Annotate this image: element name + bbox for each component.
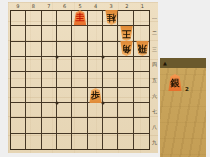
square-8g[interactable]: [26, 103, 41, 118]
square-2g[interactable]: [118, 103, 133, 118]
square-7a[interactable]: [42, 11, 57, 26]
square-1e[interactable]: [134, 72, 149, 87]
rank-label-d: 四: [151, 57, 158, 73]
square-9e[interactable]: [11, 72, 26, 87]
square-8f[interactable]: [26, 88, 41, 103]
square-7g[interactable]: [42, 103, 57, 118]
square-6g[interactable]: [57, 103, 72, 118]
rank-label-b: 二: [151, 26, 158, 42]
hoshi-dot: [102, 102, 105, 105]
file-label-3: 3: [103, 2, 119, 10]
square-7e[interactable]: [42, 72, 57, 87]
square-9h[interactable]: [11, 118, 26, 133]
square-2d[interactable]: [118, 57, 133, 72]
hoshi-dot: [102, 55, 105, 58]
square-9g[interactable]: [11, 103, 26, 118]
file-label-1: 1: [135, 2, 151, 10]
square-8c[interactable]: [26, 42, 41, 57]
square-6b[interactable]: [57, 26, 72, 41]
square-2i[interactable]: [118, 134, 133, 149]
square-3b[interactable]: [103, 26, 118, 41]
square-9b[interactable]: [11, 26, 26, 41]
square-4b[interactable]: [88, 26, 103, 41]
square-3h[interactable]: [103, 118, 118, 133]
square-6f[interactable]: [57, 88, 72, 103]
square-9i[interactable]: [11, 134, 26, 149]
square-8b[interactable]: [26, 26, 41, 41]
square-5i[interactable]: [72, 134, 87, 149]
square-1b[interactable]: [134, 26, 149, 41]
square-9c[interactable]: [11, 42, 26, 57]
file-label-2: 2: [119, 2, 135, 10]
square-6e[interactable]: [57, 72, 72, 87]
square-5f[interactable]: [72, 88, 87, 103]
square-4c[interactable]: [88, 42, 103, 57]
file-label-7: 7: [41, 2, 57, 10]
square-7f[interactable]: [42, 88, 57, 103]
square-6a[interactable]: [57, 11, 72, 26]
hand-piece-silver-count: 2: [185, 86, 189, 92]
square-7d[interactable]: [42, 57, 57, 72]
square-7b[interactable]: [42, 26, 57, 41]
square-7h[interactable]: [42, 118, 57, 133]
rank-label-c: 三: [151, 41, 158, 57]
square-6i[interactable]: [57, 134, 72, 149]
square-9d[interactable]: [11, 57, 26, 72]
square-5g[interactable]: [72, 103, 87, 118]
square-7i[interactable]: [42, 134, 57, 149]
file-labels: 987654321: [10, 2, 150, 10]
square-1a[interactable]: [134, 11, 149, 26]
square-5c[interactable]: [72, 42, 87, 57]
square-3e[interactable]: [103, 72, 118, 87]
square-2e[interactable]: [118, 72, 133, 87]
shogi-app: 987654321 一二三四五六七八九 圭桂王角飛歩 ▲ 銀2: [0, 0, 210, 157]
rank-label-e: 五: [151, 72, 158, 88]
square-2h[interactable]: [118, 118, 133, 133]
board-grid-area: 圭桂王角飛歩: [10, 10, 150, 150]
square-3i[interactable]: [103, 134, 118, 149]
square-6d[interactable]: [57, 57, 72, 72]
square-5d[interactable]: [72, 57, 87, 72]
square-3d[interactable]: [103, 57, 118, 72]
square-8h[interactable]: [26, 118, 41, 133]
square-8a[interactable]: [26, 11, 41, 26]
square-6h[interactable]: [57, 118, 72, 133]
square-9f[interactable]: [11, 88, 26, 103]
sente-turn-marker-icon: ▲: [163, 61, 167, 66]
hoshi-dot: [55, 102, 58, 105]
shogi-board: 987654321 一二三四五六七八九 圭桂王角飛歩: [8, 2, 158, 153]
hand-piece-silver[interactable]: 銀: [168, 74, 182, 91]
square-8e[interactable]: [26, 72, 41, 87]
square-4a[interactable]: [88, 11, 103, 26]
square-2f[interactable]: [118, 88, 133, 103]
square-5e[interactable]: [72, 72, 87, 87]
square-1d[interactable]: [134, 57, 149, 72]
square-4h[interactable]: [88, 118, 103, 133]
square-5b[interactable]: [72, 26, 87, 41]
square-1i[interactable]: [134, 134, 149, 149]
sente-komadai: ▲ 銀2: [160, 58, 206, 157]
rank-label-f: 六: [151, 88, 158, 104]
rank-label-a: 一: [151, 10, 158, 26]
square-3c[interactable]: [103, 42, 118, 57]
rank-label-g: 七: [151, 103, 158, 119]
square-2a[interactable]: [118, 11, 133, 26]
square-8i[interactable]: [26, 134, 41, 149]
hoshi-dot: [55, 55, 58, 58]
file-label-9: 9: [10, 2, 26, 10]
square-4e[interactable]: [88, 72, 103, 87]
square-3f[interactable]: [103, 88, 118, 103]
file-label-5: 5: [72, 2, 88, 10]
square-1g[interactable]: [134, 103, 149, 118]
square-5h[interactable]: [72, 118, 87, 133]
square-1h[interactable]: [134, 118, 149, 133]
square-4d[interactable]: [88, 57, 103, 72]
square-1f[interactable]: [134, 88, 149, 103]
square-9a[interactable]: [11, 11, 26, 26]
square-3g[interactable]: [103, 103, 118, 118]
komadai-header: ▲: [160, 58, 206, 68]
rank-labels: 一二三四五六七八九: [151, 10, 158, 150]
file-label-6: 6: [57, 2, 73, 10]
file-label-8: 8: [26, 2, 42, 10]
square-4g[interactable]: [88, 103, 103, 118]
rank-label-h: 八: [151, 119, 158, 135]
square-6c[interactable]: [57, 42, 72, 57]
square-4i[interactable]: [88, 134, 103, 149]
file-label-4: 4: [88, 2, 104, 10]
rank-label-i: 九: [151, 135, 158, 151]
square-8d[interactable]: [26, 57, 41, 72]
